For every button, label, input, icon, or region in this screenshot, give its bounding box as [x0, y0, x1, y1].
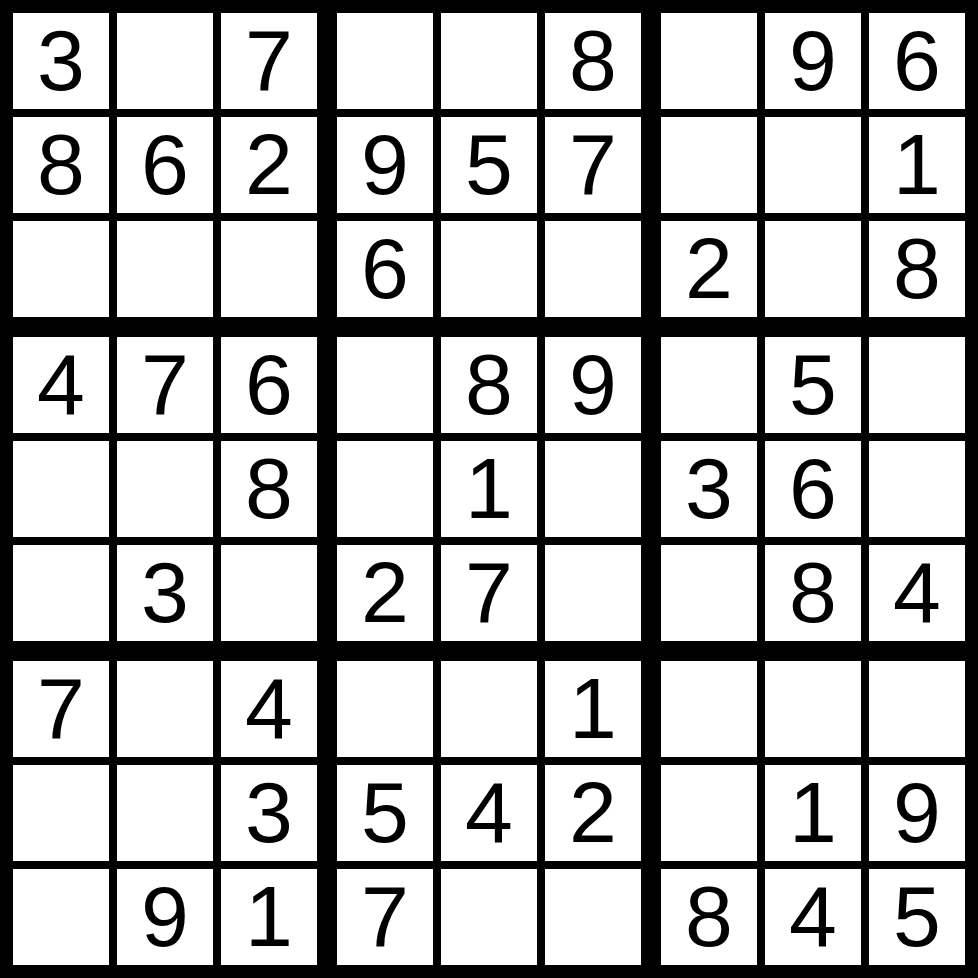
cell-r3c2[interactable] — [117, 221, 213, 317]
cell-r5c3[interactable]: 8 — [221, 441, 317, 537]
cell-r3c1[interactable] — [13, 221, 109, 317]
cell-r3c3[interactable] — [221, 221, 317, 317]
cell-r2c9[interactable]: 1 — [869, 117, 965, 213]
cell-r3c4[interactable]: 6 — [337, 221, 433, 317]
cell-r3c6[interactable] — [545, 221, 641, 317]
cell-r5c1[interactable] — [13, 441, 109, 537]
cell-r9c6[interactable] — [545, 869, 641, 965]
cell-r5c4[interactable] — [337, 441, 433, 537]
sudoku-board: 3789686295716284768958136327847413542199… — [0, 0, 978, 978]
cell-r5c8[interactable]: 6 — [765, 441, 861, 537]
cell-r5c5[interactable]: 1 — [441, 441, 537, 537]
cell-r3c8[interactable] — [765, 221, 861, 317]
cell-r9c8[interactable]: 4 — [765, 869, 861, 965]
cell-r2c8[interactable] — [765, 117, 861, 213]
cell-r1c6[interactable]: 8 — [545, 13, 641, 109]
cell-r6c1[interactable] — [13, 545, 109, 641]
cell-r1c8[interactable]: 9 — [765, 13, 861, 109]
cell-r8c6[interactable]: 2 — [545, 765, 641, 861]
cell-r1c1[interactable]: 3 — [13, 13, 109, 109]
cell-r2c6[interactable]: 7 — [545, 117, 641, 213]
cell-r5c2[interactable] — [117, 441, 213, 537]
cell-r7c4[interactable] — [337, 661, 433, 757]
cell-r7c5[interactable] — [441, 661, 537, 757]
cell-r2c5[interactable]: 5 — [441, 117, 537, 213]
cell-r7c1[interactable]: 7 — [13, 661, 109, 757]
cell-r9c3[interactable]: 1 — [221, 869, 317, 965]
cell-r9c7[interactable]: 8 — [661, 869, 757, 965]
cell-r8c8[interactable]: 1 — [765, 765, 861, 861]
cell-r4c6[interactable]: 9 — [545, 337, 641, 433]
cell-r8c4[interactable]: 5 — [337, 765, 433, 861]
cell-r4c5[interactable]: 8 — [441, 337, 537, 433]
cell-r6c6[interactable] — [545, 545, 641, 641]
cell-r6c7[interactable] — [661, 545, 757, 641]
cell-r5c6[interactable] — [545, 441, 641, 537]
cell-r1c7[interactable] — [661, 13, 757, 109]
cell-r8c1[interactable] — [13, 765, 109, 861]
cell-r2c4[interactable]: 9 — [337, 117, 433, 213]
cell-r3c7[interactable]: 2 — [661, 221, 757, 317]
cell-r3c9[interactable]: 8 — [869, 221, 965, 317]
cell-r9c9[interactable]: 5 — [869, 869, 965, 965]
cell-r4c9[interactable] — [869, 337, 965, 433]
cell-r1c9[interactable]: 6 — [869, 13, 965, 109]
cell-r7c9[interactable] — [869, 661, 965, 757]
cell-r2c7[interactable] — [661, 117, 757, 213]
cell-r1c4[interactable] — [337, 13, 433, 109]
cell-r4c3[interactable]: 6 — [221, 337, 317, 433]
cell-r5c7[interactable]: 3 — [661, 441, 757, 537]
cell-r1c3[interactable]: 7 — [221, 13, 317, 109]
cell-r1c5[interactable] — [441, 13, 537, 109]
cell-r7c7[interactable] — [661, 661, 757, 757]
cell-r9c2[interactable]: 9 — [117, 869, 213, 965]
cell-r7c3[interactable]: 4 — [221, 661, 317, 757]
cell-r8c3[interactable]: 3 — [221, 765, 317, 861]
cell-r2c1[interactable]: 8 — [13, 117, 109, 213]
cell-r6c3[interactable] — [221, 545, 317, 641]
cell-r9c1[interactable] — [13, 869, 109, 965]
cell-r9c4[interactable]: 7 — [337, 869, 433, 965]
cell-r8c9[interactable]: 9 — [869, 765, 965, 861]
cell-r6c4[interactable]: 2 — [337, 545, 433, 641]
cell-r7c8[interactable] — [765, 661, 861, 757]
cell-r3c5[interactable] — [441, 221, 537, 317]
cell-r9c5[interactable] — [441, 869, 537, 965]
cell-r8c2[interactable] — [117, 765, 213, 861]
cell-r1c2[interactable] — [117, 13, 213, 109]
cell-r6c8[interactable]: 8 — [765, 545, 861, 641]
cell-r5c9[interactable] — [869, 441, 965, 537]
cell-r6c2[interactable]: 3 — [117, 545, 213, 641]
cell-r4c4[interactable] — [337, 337, 433, 433]
cell-r2c3[interactable]: 2 — [221, 117, 317, 213]
cell-r7c2[interactable] — [117, 661, 213, 757]
cell-r4c2[interactable]: 7 — [117, 337, 213, 433]
cell-r4c7[interactable] — [661, 337, 757, 433]
cell-r4c1[interactable]: 4 — [13, 337, 109, 433]
cell-r6c5[interactable]: 7 — [441, 545, 537, 641]
cell-r8c7[interactable] — [661, 765, 757, 861]
cell-r2c2[interactable]: 6 — [117, 117, 213, 213]
cell-r7c6[interactable]: 1 — [545, 661, 641, 757]
cell-r6c9[interactable]: 4 — [869, 545, 965, 641]
cell-r8c5[interactable]: 4 — [441, 765, 537, 861]
cell-r4c8[interactable]: 5 — [765, 337, 861, 433]
